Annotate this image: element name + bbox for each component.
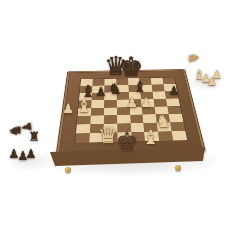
product-photo-stage: ♛♚♝♟♞♝♟♟♝♟♟♞♝♛♚♞♟♜♟♟♟♞♝♟♟♟ [0,0,235,235]
captured-white-pawn: ♟ [207,76,217,87]
captured-white-pawn: ♟ [212,69,222,80]
captured-black-shadow [6,150,50,172]
square-a1 [75,133,90,143]
square-f3 [143,114,157,123]
brass-pin-left [65,167,71,173]
captured-black-pawn: ♟ [20,121,34,134]
captured-white-knight: ♞ [187,52,201,65]
captured-black-rook: ♜ [28,130,40,143]
square-e1 [131,132,146,142]
captured-black-pawn: ♟ [18,150,29,162]
square-e2 [130,123,144,132]
square-b1 [89,133,103,143]
square-c1 [103,133,117,143]
square-f1 [144,132,159,142]
square-b2 [90,124,104,133]
captured-black-pawn: ♟ [9,148,20,160]
square-d3 [117,115,131,124]
board-grid [74,77,188,144]
square-c3 [104,115,117,124]
square-a3 [77,116,91,125]
square-e3 [130,115,144,124]
brass-pin-right [175,165,181,171]
captured-black-pawn: ♟ [26,148,37,160]
square-h3 [169,114,184,123]
square-d1 [117,132,131,142]
square-a2 [76,124,90,133]
square-d2 [117,123,131,132]
captured-white-pawn: ♟ [201,73,211,84]
captured-black-knight: ♞ [8,123,24,138]
square-h2 [170,122,185,131]
captured-white-bishop: ♝ [193,68,205,81]
square-f2 [144,123,158,132]
captured-white-shadow [186,72,224,92]
square-b3 [90,116,104,125]
square-h1 [172,131,188,141]
square-c2 [103,124,117,133]
chess-board [56,69,206,154]
